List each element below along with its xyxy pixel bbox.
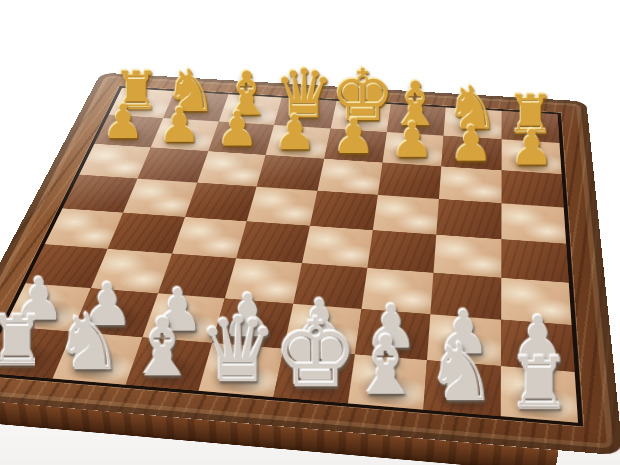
square-f5[interactable]	[373, 195, 439, 235]
gold-pawn[interactable]: ♟	[94, 100, 152, 145]
square-d1[interactable]: ♛	[199, 343, 284, 397]
square-g4[interactable]	[434, 234, 501, 277]
silver-bishop[interactable]: ♝	[348, 328, 424, 405]
square-a4[interactable]	[45, 208, 124, 249]
gold-pawn[interactable]: ♟	[501, 125, 561, 171]
square-c4[interactable]	[172, 217, 247, 259]
silver-rook[interactable]: ♜	[501, 349, 578, 418]
square-f1[interactable]: ♝	[348, 354, 428, 410]
square-d7[interactable]: ♟	[266, 125, 330, 158]
square-a5[interactable]	[63, 175, 138, 213]
square-b5[interactable]	[124, 179, 197, 217]
square-g5[interactable]	[437, 199, 502, 239]
square-h1[interactable]: ♜	[500, 366, 578, 423]
square-c5[interactable]	[185, 183, 257, 221]
square-e5[interactable]	[310, 191, 378, 230]
gold-pawn[interactable]: ♟	[382, 118, 441, 164]
square-h5[interactable]	[501, 203, 566, 243]
silver-knight[interactable]: ♞	[52, 307, 126, 380]
board-grid: ♜♞♝♛♚♝♞♜♟♟♟♟♟♟♟♟♟♟♟♟♟♟♟♟♜♞♝♛♚♝♞♜	[0, 86, 583, 426]
silver-bishop[interactable]: ♝	[125, 311, 200, 387]
square-d5[interactable]	[247, 187, 317, 226]
square-g6[interactable]	[439, 166, 501, 203]
silver-queen[interactable]: ♛	[198, 308, 273, 393]
square-d4[interactable]	[236, 221, 309, 263]
square-h6[interactable]	[501, 170, 564, 207]
square-e7[interactable]: ♟	[324, 129, 387, 163]
gold-pawn[interactable]: ♟	[442, 122, 501, 168]
board-frame: ♜♞♝♛♚♝♞♜♟♟♟♟♟♟♟♟♟♟♟♟♟♟♟♟♜♞♝♛♚♝♞♜	[0, 73, 620, 456]
square-c7[interactable]: ♟	[208, 122, 274, 155]
square-h4[interactable]	[501, 239, 569, 283]
silver-rook[interactable]: ♜	[0, 308, 54, 374]
silver-knight[interactable]: ♞	[424, 337, 500, 413]
square-h7[interactable]: ♟	[501, 140, 561, 175]
gold-pawn[interactable]: ♟	[151, 104, 209, 149]
square-c6[interactable]	[197, 151, 266, 187]
square-f7[interactable]: ♟	[382, 132, 443, 166]
square-g1[interactable]: ♞	[424, 360, 501, 416]
chess-photo-scene: ♜♞♝♛♚♝♞♜♟♟♟♟♟♟♟♟♟♟♟♟♟♟♟♟♜♞♝♛♚♝♞♜	[0, 0, 620, 465]
silver-king[interactable]: ♚	[273, 309, 348, 400]
chess-board: ♜♞♝♛♚♝♞♜♟♟♟♟♟♟♟♟♟♟♟♟♟♟♟♟♜♞♝♛♚♝♞♜	[0, 73, 620, 456]
square-e1[interactable]: ♚	[273, 348, 355, 403]
gold-pawn[interactable]: ♟	[266, 111, 325, 157]
gold-pawn[interactable]: ♟	[208, 107, 266, 152]
square-e4[interactable]	[301, 226, 372, 268]
square-d6[interactable]	[257, 155, 324, 191]
gold-pawn[interactable]: ♟	[324, 114, 383, 160]
square-f6[interactable]	[378, 162, 442, 199]
square-e6[interactable]	[317, 159, 382, 195]
square-g7[interactable]: ♟	[442, 136, 502, 170]
square-f4[interactable]	[367, 230, 436, 273]
